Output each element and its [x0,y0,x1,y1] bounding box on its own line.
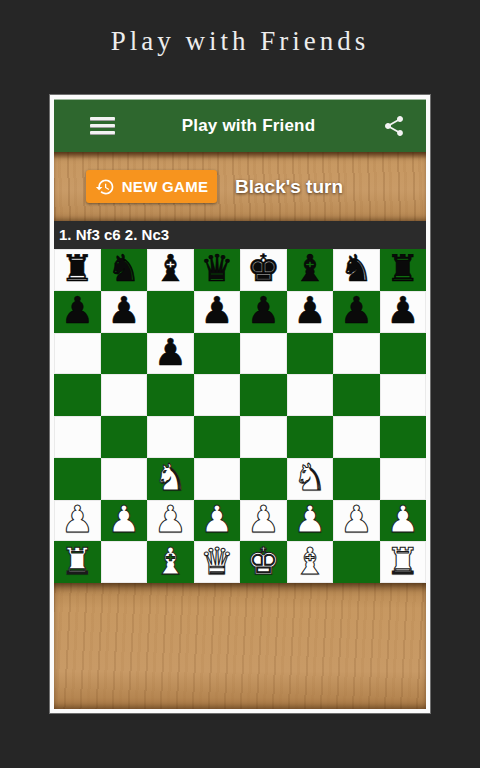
white-pawn: ♟ [340,501,373,538]
square-b6[interactable] [101,333,148,375]
square-h3[interactable] [380,458,427,500]
app-bar-title: Play with Friend [115,116,382,136]
white-king: ♚ [247,543,280,580]
square-f7[interactable]: ♟ [287,291,334,333]
square-h2[interactable]: ♟ [380,500,427,542]
black-knight: ♞ [107,250,140,287]
control-bar: NEW GAME Black's turn [54,152,426,221]
square-b8[interactable]: ♞ [101,249,148,291]
square-c8[interactable]: ♝ [147,249,194,291]
square-h4[interactable] [380,416,427,458]
square-g5[interactable] [333,374,380,416]
page-title: Play with Friends [0,26,480,57]
square-e7[interactable]: ♟ [240,291,287,333]
square-b2[interactable]: ♟ [101,500,148,542]
square-b4[interactable] [101,416,148,458]
square-d3[interactable] [194,458,241,500]
white-pawn: ♟ [154,501,187,538]
square-f2[interactable]: ♟ [287,500,334,542]
square-d5[interactable] [194,374,241,416]
square-e2[interactable]: ♟ [240,500,287,542]
black-pawn: ♟ [154,334,187,371]
square-g4[interactable] [333,416,380,458]
square-f3[interactable]: ♞ [287,458,334,500]
new-game-button[interactable]: NEW GAME [86,170,217,203]
square-g1[interactable] [333,541,380,583]
square-g2[interactable]: ♟ [333,500,380,542]
square-b7[interactable]: ♟ [101,291,148,333]
square-a6[interactable] [54,333,101,375]
square-c4[interactable] [147,416,194,458]
black-bishop: ♝ [154,250,187,287]
black-pawn: ♟ [293,292,326,329]
square-f1[interactable]: ♝ [287,541,334,583]
white-pawn: ♟ [61,501,94,538]
square-d6[interactable] [194,333,241,375]
square-h8[interactable]: ♜ [380,249,427,291]
square-f5[interactable] [287,374,334,416]
square-h7[interactable]: ♟ [380,291,427,333]
white-bishop: ♝ [293,543,326,580]
square-d8[interactable]: ♛ [194,249,241,291]
white-knight: ♞ [154,459,187,496]
square-f8[interactable]: ♝ [287,249,334,291]
black-rook: ♜ [61,250,94,287]
square-a5[interactable] [54,374,101,416]
square-d2[interactable]: ♟ [194,500,241,542]
square-f6[interactable] [287,333,334,375]
square-c1[interactable]: ♝ [147,541,194,583]
square-c5[interactable] [147,374,194,416]
black-knight: ♞ [340,250,373,287]
square-e4[interactable] [240,416,287,458]
wood-background [54,583,426,709]
move-list: 1. Nf3 c6 2. Nc3 [54,221,426,249]
white-queen: ♛ [200,543,233,580]
black-bishop: ♝ [293,250,326,287]
square-e6[interactable] [240,333,287,375]
white-bishop: ♝ [154,543,187,580]
white-pawn: ♟ [247,501,280,538]
square-c3[interactable]: ♞ [147,458,194,500]
square-c2[interactable]: ♟ [147,500,194,542]
white-pawn: ♟ [107,501,140,538]
square-g8[interactable]: ♞ [333,249,380,291]
black-queen: ♛ [200,250,233,287]
white-pawn: ♟ [386,501,419,538]
square-h1[interactable]: ♜ [380,541,427,583]
turn-status: Black's turn [204,152,374,221]
square-b5[interactable] [101,374,148,416]
square-g6[interactable] [333,333,380,375]
square-e8[interactable]: ♚ [240,249,287,291]
white-knight: ♞ [293,459,326,496]
hamburger-icon[interactable] [90,117,115,135]
new-game-label: NEW GAME [122,178,209,195]
square-a1[interactable]: ♜ [54,541,101,583]
square-e5[interactable] [240,374,287,416]
black-rook: ♜ [386,250,419,287]
square-h5[interactable] [380,374,427,416]
black-pawn: ♟ [107,292,140,329]
square-a8[interactable]: ♜ [54,249,101,291]
phone-screenshot: Play with Friend NEW GAME Black's turn 1… [50,95,430,713]
square-e1[interactable]: ♚ [240,541,287,583]
square-c7[interactable] [147,291,194,333]
black-pawn: ♟ [247,292,280,329]
square-g3[interactable] [333,458,380,500]
square-g7[interactable]: ♟ [333,291,380,333]
square-c6[interactable]: ♟ [147,333,194,375]
square-h6[interactable] [380,333,427,375]
white-rook: ♜ [386,543,419,580]
black-pawn: ♟ [386,292,419,329]
square-b1[interactable] [101,541,148,583]
square-a2[interactable]: ♟ [54,500,101,542]
white-rook: ♜ [61,543,94,580]
app-bar: Play with Friend [54,99,426,152]
white-pawn: ♟ [200,501,233,538]
black-pawn: ♟ [61,292,94,329]
black-king: ♚ [247,250,280,287]
square-f4[interactable] [287,416,334,458]
square-d7[interactable]: ♟ [194,291,241,333]
black-pawn: ♟ [340,292,373,329]
square-a4[interactable] [54,416,101,458]
square-e3[interactable] [240,458,287,500]
square-d1[interactable]: ♛ [194,541,241,583]
square-b3[interactable] [101,458,148,500]
chess-board: ♜♞♝♛♚♝♞♜♟♟♟♟♟♟♟♟♞♞♟♟♟♟♟♟♟♟♜♝♛♚♝♜ [54,249,426,583]
square-a3[interactable] [54,458,101,500]
restart-history-icon [95,177,115,197]
square-d4[interactable] [194,416,241,458]
white-pawn: ♟ [293,501,326,538]
square-a7[interactable]: ♟ [54,291,101,333]
share-icon[interactable] [382,114,406,138]
black-pawn: ♟ [200,292,233,329]
